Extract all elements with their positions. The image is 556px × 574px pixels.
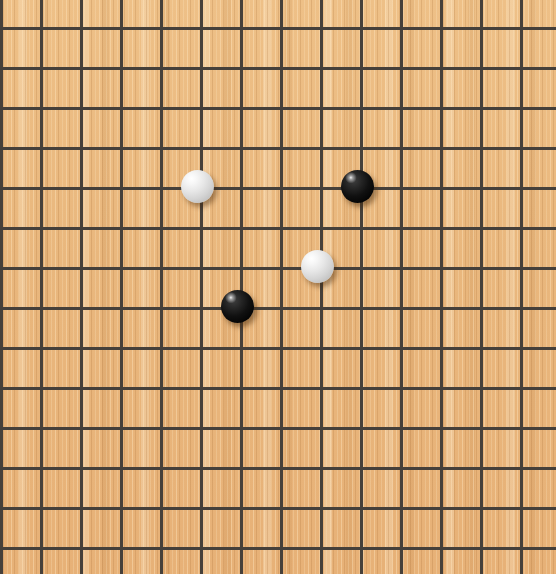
stone-black <box>341 170 374 203</box>
stone-white <box>181 170 214 203</box>
stone-white <box>301 250 334 283</box>
go-board[interactable] <box>0 0 556 574</box>
stone-black <box>221 290 254 323</box>
